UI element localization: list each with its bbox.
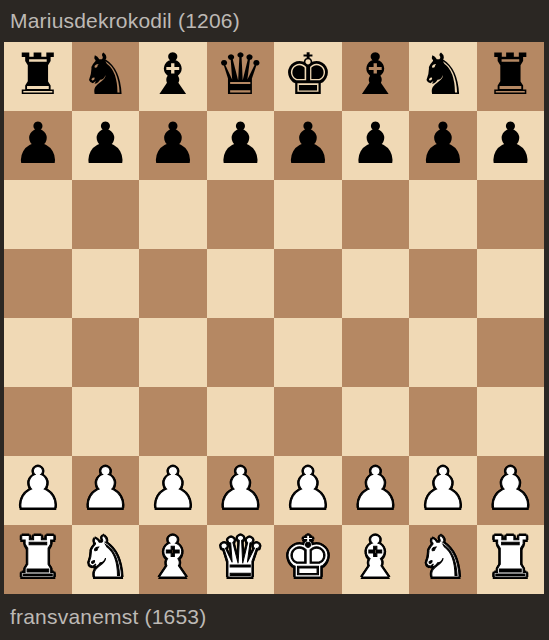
square-e3[interactable] — [274, 387, 342, 456]
piece-black-pawn[interactable]: ♟ — [350, 115, 401, 172]
piece-black-pawn[interactable]: ♟ — [12, 115, 63, 172]
square-g3[interactable] — [409, 387, 477, 456]
square-f7[interactable]: ♟ — [342, 111, 410, 180]
piece-white-bishop[interactable]: ♝ — [350, 529, 401, 586]
bottom-player-bar: fransvanemst (1653) — [0, 594, 549, 640]
square-f6[interactable] — [342, 180, 410, 249]
square-c8[interactable]: ♝ — [139, 42, 207, 111]
square-h7[interactable]: ♟ — [477, 111, 545, 180]
square-c5[interactable] — [139, 249, 207, 318]
square-g8[interactable]: ♞ — [409, 42, 477, 111]
piece-black-bishop[interactable]: ♝ — [147, 46, 198, 103]
square-a7[interactable]: ♟ — [4, 111, 72, 180]
square-h6[interactable] — [477, 180, 545, 249]
piece-white-pawn[interactable]: ♟ — [147, 460, 198, 517]
square-c7[interactable]: ♟ — [139, 111, 207, 180]
piece-black-knight[interactable]: ♞ — [80, 46, 131, 103]
square-b1[interactable]: ♞ — [72, 525, 140, 594]
square-e8[interactable]: ♚ — [274, 42, 342, 111]
square-c4[interactable] — [139, 318, 207, 387]
piece-white-rook[interactable]: ♜ — [485, 529, 536, 586]
piece-black-pawn[interactable]: ♟ — [282, 115, 333, 172]
piece-white-bishop[interactable]: ♝ — [147, 529, 198, 586]
piece-white-pawn[interactable]: ♟ — [485, 460, 536, 517]
piece-black-king[interactable]: ♚ — [282, 46, 333, 103]
piece-white-king[interactable]: ♚ — [282, 529, 333, 586]
piece-black-pawn[interactable]: ♟ — [147, 115, 198, 172]
square-h8[interactable]: ♜ — [477, 42, 545, 111]
piece-white-pawn[interactable]: ♟ — [215, 460, 266, 517]
piece-black-rook[interactable]: ♜ — [485, 46, 536, 103]
square-a2[interactable]: ♟ — [4, 456, 72, 525]
square-a1[interactable]: ♜ — [4, 525, 72, 594]
chess-board: ♜♞♝♛♚♝♞♜♟♟♟♟♟♟♟♟♟♟♟♟♟♟♟♟♜♞♝♛♚♝♞♜ — [4, 42, 544, 594]
piece-white-pawn[interactable]: ♟ — [80, 460, 131, 517]
piece-white-knight[interactable]: ♞ — [80, 529, 131, 586]
square-d4[interactable] — [207, 318, 275, 387]
square-f1[interactable]: ♝ — [342, 525, 410, 594]
square-d7[interactable]: ♟ — [207, 111, 275, 180]
square-f4[interactable] — [342, 318, 410, 387]
square-h2[interactable]: ♟ — [477, 456, 545, 525]
square-b5[interactable] — [72, 249, 140, 318]
piece-black-queen[interactable]: ♛ — [215, 46, 266, 103]
piece-white-pawn[interactable]: ♟ — [417, 460, 468, 517]
square-c1[interactable]: ♝ — [139, 525, 207, 594]
square-g6[interactable] — [409, 180, 477, 249]
square-b4[interactable] — [72, 318, 140, 387]
bottom-player-name[interactable]: fransvanemst (1653) — [10, 605, 206, 629]
top-player-name[interactable]: Mariusdekrokodil (1206) — [10, 9, 240, 33]
square-b7[interactable]: ♟ — [72, 111, 140, 180]
piece-white-queen[interactable]: ♛ — [215, 529, 266, 586]
square-g2[interactable]: ♟ — [409, 456, 477, 525]
piece-black-pawn[interactable]: ♟ — [417, 115, 468, 172]
square-e7[interactable]: ♟ — [274, 111, 342, 180]
square-d1[interactable]: ♛ — [207, 525, 275, 594]
piece-white-pawn[interactable]: ♟ — [282, 460, 333, 517]
square-d8[interactable]: ♛ — [207, 42, 275, 111]
square-e2[interactable]: ♟ — [274, 456, 342, 525]
chess-game-screen: Mariusdekrokodil (1206) ♜♞♝♛♚♝♞♜♟♟♟♟♟♟♟♟… — [0, 0, 549, 640]
square-d6[interactable] — [207, 180, 275, 249]
piece-black-pawn[interactable]: ♟ — [215, 115, 266, 172]
square-h5[interactable] — [477, 249, 545, 318]
square-a6[interactable] — [4, 180, 72, 249]
square-c6[interactable] — [139, 180, 207, 249]
piece-black-pawn[interactable]: ♟ — [80, 115, 131, 172]
square-e5[interactable] — [274, 249, 342, 318]
piece-black-bishop[interactable]: ♝ — [350, 46, 401, 103]
square-b2[interactable]: ♟ — [72, 456, 140, 525]
square-e6[interactable] — [274, 180, 342, 249]
square-f5[interactable] — [342, 249, 410, 318]
square-h3[interactable] — [477, 387, 545, 456]
square-a3[interactable] — [4, 387, 72, 456]
piece-white-pawn[interactable]: ♟ — [12, 460, 63, 517]
square-h1[interactable]: ♜ — [477, 525, 545, 594]
square-f2[interactable]: ♟ — [342, 456, 410, 525]
square-a8[interactable]: ♜ — [4, 42, 72, 111]
square-f3[interactable] — [342, 387, 410, 456]
square-f8[interactable]: ♝ — [342, 42, 410, 111]
piece-white-rook[interactable]: ♜ — [12, 529, 63, 586]
square-g1[interactable]: ♞ — [409, 525, 477, 594]
piece-white-pawn[interactable]: ♟ — [350, 460, 401, 517]
piece-black-pawn[interactable]: ♟ — [485, 115, 536, 172]
square-e1[interactable]: ♚ — [274, 525, 342, 594]
square-a4[interactable] — [4, 318, 72, 387]
square-c2[interactable]: ♟ — [139, 456, 207, 525]
square-g5[interactable] — [409, 249, 477, 318]
square-g7[interactable]: ♟ — [409, 111, 477, 180]
square-b3[interactable] — [72, 387, 140, 456]
square-e4[interactable] — [274, 318, 342, 387]
square-b6[interactable] — [72, 180, 140, 249]
square-a5[interactable] — [4, 249, 72, 318]
piece-white-knight[interactable]: ♞ — [417, 529, 468, 586]
square-d2[interactable]: ♟ — [207, 456, 275, 525]
square-g4[interactable] — [409, 318, 477, 387]
square-d5[interactable] — [207, 249, 275, 318]
piece-black-knight[interactable]: ♞ — [417, 46, 468, 103]
square-d3[interactable] — [207, 387, 275, 456]
square-c3[interactable] — [139, 387, 207, 456]
top-player-bar: Mariusdekrokodil (1206) — [0, 0, 549, 42]
square-b8[interactable]: ♞ — [72, 42, 140, 111]
piece-black-rook[interactable]: ♜ — [12, 46, 63, 103]
square-h4[interactable] — [477, 318, 545, 387]
